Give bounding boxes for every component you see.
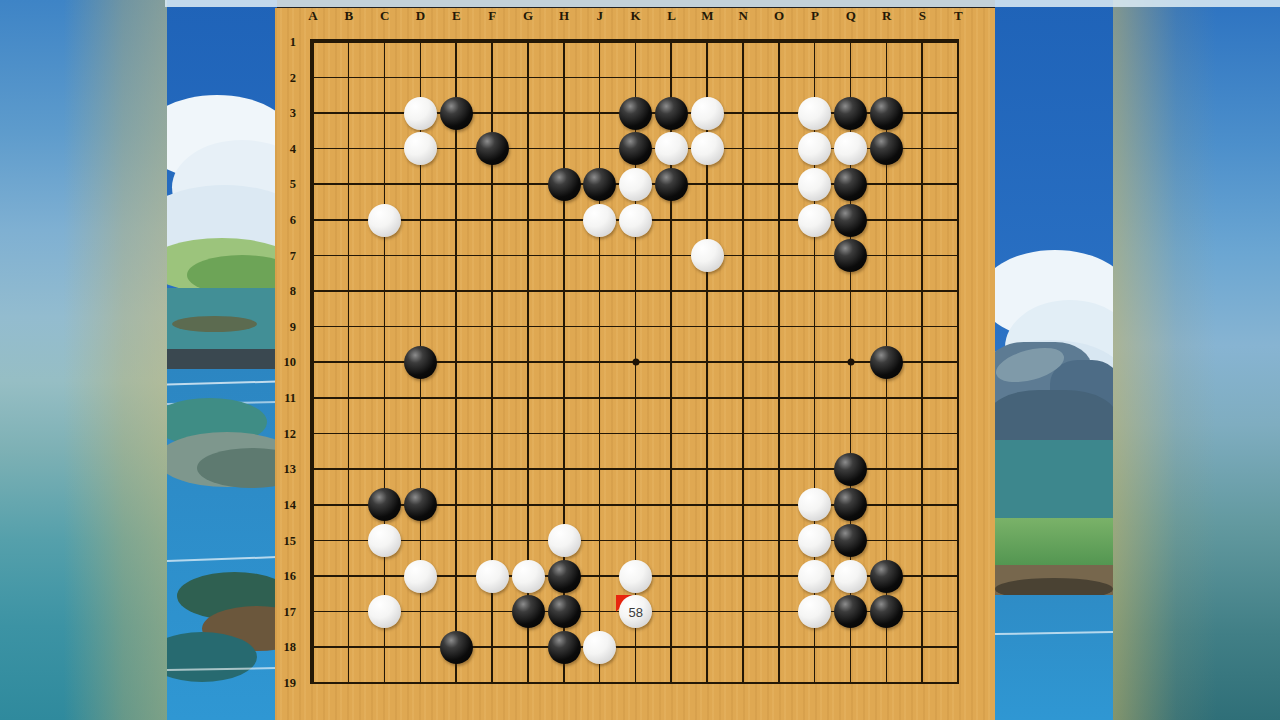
intersection[interactable] [474, 24, 510, 60]
intersection[interactable] [474, 60, 510, 96]
intersection[interactable] [654, 309, 690, 345]
intersection[interactable] [295, 60, 331, 96]
intersection[interactable] [474, 487, 510, 523]
intersection[interactable] [474, 202, 510, 238]
intersection[interactable] [940, 24, 976, 60]
intersection[interactable] [833, 523, 869, 559]
intersection[interactable] [295, 95, 331, 131]
intersection[interactable] [582, 665, 618, 701]
intersection[interactable] [761, 273, 797, 309]
intersection[interactable] [295, 665, 331, 701]
intersection[interactable] [869, 309, 905, 345]
intersection[interactable] [474, 452, 510, 488]
intersection[interactable] [869, 487, 905, 523]
intersection[interactable] [331, 452, 367, 488]
intersection[interactable] [582, 452, 618, 488]
intersection[interactable] [439, 238, 475, 274]
intersection[interactable] [618, 95, 654, 131]
intersection[interactable] [689, 131, 725, 167]
intersection[interactable] [331, 380, 367, 416]
intersection[interactable] [510, 416, 546, 452]
intersection[interactable] [439, 416, 475, 452]
intersection[interactable] [761, 131, 797, 167]
intersection[interactable] [331, 309, 367, 345]
intersection[interactable] [689, 665, 725, 701]
intersection[interactable] [940, 630, 976, 666]
intersection[interactable] [510, 345, 546, 381]
intersection[interactable] [833, 416, 869, 452]
intersection[interactable] [618, 630, 654, 666]
intersection[interactable] [761, 167, 797, 203]
intersection[interactable] [546, 630, 582, 666]
intersection[interactable] [833, 630, 869, 666]
intersection[interactable] [510, 167, 546, 203]
intersection[interactable] [761, 416, 797, 452]
intersection[interactable] [367, 558, 403, 594]
intersection[interactable] [618, 273, 654, 309]
intersection[interactable] [869, 238, 905, 274]
intersection[interactable] [689, 309, 725, 345]
intersection[interactable] [582, 273, 618, 309]
intersection[interactable] [797, 665, 833, 701]
intersection[interactable] [439, 380, 475, 416]
intersection[interactable] [367, 24, 403, 60]
intersection[interactable] [940, 523, 976, 559]
intersection[interactable] [797, 487, 833, 523]
intersection[interactable] [331, 95, 367, 131]
intersection[interactable] [331, 523, 367, 559]
intersection[interactable] [797, 167, 833, 203]
intersection[interactable] [618, 238, 654, 274]
intersection[interactable] [582, 487, 618, 523]
intersection[interactable] [439, 594, 475, 630]
intersection[interactable] [940, 95, 976, 131]
intersection[interactable] [403, 380, 439, 416]
intersection[interactable] [905, 594, 941, 630]
intersection[interactable] [654, 238, 690, 274]
intersection[interactable] [439, 167, 475, 203]
intersection[interactable] [654, 273, 690, 309]
intersection[interactable] [725, 630, 761, 666]
intersection[interactable] [689, 416, 725, 452]
intersection[interactable] [725, 594, 761, 630]
intersection[interactable] [905, 202, 941, 238]
intersection[interactable] [905, 345, 941, 381]
intersection[interactable] [725, 452, 761, 488]
intersection[interactable] [403, 630, 439, 666]
intersection[interactable] [618, 523, 654, 559]
intersection[interactable] [654, 416, 690, 452]
intersection[interactable] [869, 452, 905, 488]
intersection[interactable] [869, 60, 905, 96]
intersection[interactable] [654, 452, 690, 488]
intersection[interactable] [439, 558, 475, 594]
intersection[interactable] [403, 345, 439, 381]
intersection[interactable] [689, 238, 725, 274]
intersection[interactable] [546, 202, 582, 238]
intersection[interactable] [940, 487, 976, 523]
intersection[interactable] [689, 380, 725, 416]
intersection[interactable] [654, 95, 690, 131]
intersection[interactable] [295, 594, 331, 630]
intersection[interactable] [905, 95, 941, 131]
intersection[interactable] [689, 202, 725, 238]
intersection[interactable] [367, 131, 403, 167]
intersection[interactable] [367, 95, 403, 131]
intersection[interactable] [725, 24, 761, 60]
intersection[interactable] [725, 665, 761, 701]
intersection[interactable] [654, 345, 690, 381]
intersection[interactable] [725, 380, 761, 416]
intersection[interactable] [403, 523, 439, 559]
intersection[interactable] [295, 238, 331, 274]
intersection[interactable] [654, 594, 690, 630]
intersection[interactable] [367, 487, 403, 523]
intersection[interactable] [833, 558, 869, 594]
intersection[interactable] [654, 60, 690, 96]
intersection[interactable] [905, 131, 941, 167]
intersection[interactable] [582, 238, 618, 274]
intersection[interactable] [331, 416, 367, 452]
intersection[interactable] [761, 202, 797, 238]
intersection[interactable] [725, 416, 761, 452]
intersection[interactable] [546, 24, 582, 60]
intersection[interactable] [618, 309, 654, 345]
intersection[interactable] [474, 309, 510, 345]
intersection[interactable] [403, 487, 439, 523]
intersection[interactable] [940, 273, 976, 309]
intersection[interactable] [510, 630, 546, 666]
intersection[interactable] [654, 202, 690, 238]
intersection[interactable] [689, 558, 725, 594]
intersection[interactable] [510, 309, 546, 345]
intersection[interactable] [582, 345, 618, 381]
intersection[interactable] [439, 487, 475, 523]
intersection[interactable] [546, 60, 582, 96]
intersection[interactable] [761, 452, 797, 488]
intersection[interactable] [510, 131, 546, 167]
intersection[interactable] [869, 558, 905, 594]
intersection[interactable] [761, 558, 797, 594]
intersection[interactable] [295, 380, 331, 416]
intersection[interactable] [618, 131, 654, 167]
intersection[interactable] [331, 238, 367, 274]
intersection[interactable] [905, 630, 941, 666]
intersection[interactable] [905, 273, 941, 309]
intersection[interactable] [510, 665, 546, 701]
intersection[interactable] [618, 60, 654, 96]
intersection[interactable] [618, 558, 654, 594]
intersection[interactable] [833, 238, 869, 274]
intersection[interactable] [940, 345, 976, 381]
intersection[interactable] [367, 630, 403, 666]
intersection[interactable] [940, 558, 976, 594]
intersection[interactable] [295, 167, 331, 203]
intersection[interactable] [367, 452, 403, 488]
intersection[interactable] [940, 202, 976, 238]
intersection[interactable] [403, 24, 439, 60]
intersection[interactable] [474, 238, 510, 274]
intersection[interactable] [582, 416, 618, 452]
intersection[interactable] [725, 345, 761, 381]
intersection[interactable] [833, 202, 869, 238]
intersection[interactable] [689, 594, 725, 630]
intersection[interactable] [474, 594, 510, 630]
intersection[interactable] [869, 131, 905, 167]
intersection[interactable] [295, 131, 331, 167]
intersection[interactable] [403, 416, 439, 452]
intersection[interactable] [833, 452, 869, 488]
intersection[interactable] [546, 345, 582, 381]
intersection[interactable] [403, 452, 439, 488]
intersection[interactable] [761, 594, 797, 630]
intersection[interactable] [797, 380, 833, 416]
intersection[interactable] [725, 131, 761, 167]
intersection[interactable] [869, 380, 905, 416]
intersection[interactable] [725, 309, 761, 345]
intersection[interactable] [905, 167, 941, 203]
intersection[interactable] [403, 558, 439, 594]
intersection[interactable] [474, 380, 510, 416]
intersection[interactable] [367, 60, 403, 96]
intersection[interactable] [546, 558, 582, 594]
intersection[interactable] [797, 345, 833, 381]
intersection[interactable] [689, 24, 725, 60]
intersection[interactable] [761, 238, 797, 274]
intersection[interactable] [797, 273, 833, 309]
intersection[interactable] [367, 380, 403, 416]
intersection[interactable] [869, 665, 905, 701]
intersection[interactable] [439, 345, 475, 381]
intersection[interactable] [761, 665, 797, 701]
intersection[interactable] [618, 380, 654, 416]
intersection[interactable] [761, 60, 797, 96]
intersection[interactable] [510, 238, 546, 274]
intersection[interactable] [869, 24, 905, 60]
intersection[interactable] [510, 523, 546, 559]
intersection[interactable] [905, 558, 941, 594]
intersection[interactable] [905, 452, 941, 488]
intersection[interactable] [725, 202, 761, 238]
intersection[interactable] [797, 60, 833, 96]
intersection[interactable] [582, 95, 618, 131]
intersection[interactable] [869, 630, 905, 666]
intersection[interactable] [940, 167, 976, 203]
intersection[interactable] [618, 24, 654, 60]
intersection[interactable] [474, 345, 510, 381]
intersection[interactable] [295, 558, 331, 594]
intersection[interactable] [367, 594, 403, 630]
intersection[interactable] [618, 167, 654, 203]
intersection[interactable] [367, 523, 403, 559]
intersection[interactable] [761, 487, 797, 523]
intersection[interactable] [725, 273, 761, 309]
intersection[interactable] [582, 594, 618, 630]
intersection[interactable] [905, 523, 941, 559]
intersection[interactable] [940, 452, 976, 488]
intersection[interactable] [833, 95, 869, 131]
intersection[interactable] [869, 345, 905, 381]
intersection[interactable] [833, 131, 869, 167]
intersection[interactable] [654, 665, 690, 701]
intersection[interactable] [367, 273, 403, 309]
intersection[interactable] [582, 60, 618, 96]
intersection[interactable] [439, 24, 475, 60]
intersection[interactable] [510, 95, 546, 131]
intersection[interactable] [654, 24, 690, 60]
intersection[interactable] [295, 309, 331, 345]
intersection[interactable] [546, 487, 582, 523]
intersection[interactable] [905, 309, 941, 345]
intersection[interactable] [833, 167, 869, 203]
intersection[interactable] [689, 523, 725, 559]
intersection[interactable] [940, 309, 976, 345]
intersection[interactable] [474, 523, 510, 559]
intersection[interactable] [403, 665, 439, 701]
intersection[interactable] [797, 309, 833, 345]
intersection[interactable] [905, 665, 941, 701]
intersection[interactable] [439, 523, 475, 559]
intersection[interactable] [582, 131, 618, 167]
intersection[interactable] [905, 487, 941, 523]
intersection[interactable] [869, 523, 905, 559]
intersection[interactable] [367, 416, 403, 452]
intersection[interactable] [331, 665, 367, 701]
intersection[interactable] [510, 487, 546, 523]
intersection[interactable] [869, 416, 905, 452]
intersection[interactable] [725, 487, 761, 523]
intersection[interactable] [546, 665, 582, 701]
intersection[interactable] [474, 630, 510, 666]
intersection[interactable] [367, 238, 403, 274]
intersection[interactable] [833, 309, 869, 345]
intersection[interactable] [725, 558, 761, 594]
intersection[interactable] [761, 345, 797, 381]
intersection[interactable] [439, 202, 475, 238]
intersection[interactable] [439, 273, 475, 309]
intersection[interactable] [403, 60, 439, 96]
intersection[interactable] [331, 273, 367, 309]
intersection[interactable] [797, 95, 833, 131]
intersection[interactable] [582, 24, 618, 60]
intersection[interactable] [618, 416, 654, 452]
intersection[interactable] [689, 95, 725, 131]
intersection[interactable] [331, 487, 367, 523]
intersection[interactable] [295, 273, 331, 309]
intersection[interactable] [439, 60, 475, 96]
intersection[interactable] [689, 630, 725, 666]
intersection[interactable] [474, 131, 510, 167]
intersection[interactable] [474, 273, 510, 309]
intersection[interactable] [940, 238, 976, 274]
intersection[interactable] [797, 202, 833, 238]
intersection[interactable] [654, 487, 690, 523]
intersection[interactable] [331, 630, 367, 666]
intersection[interactable] [403, 309, 439, 345]
intersection[interactable] [295, 487, 331, 523]
intersection[interactable] [940, 60, 976, 96]
intersection[interactable] [439, 630, 475, 666]
intersection[interactable] [582, 558, 618, 594]
intersection[interactable] [546, 452, 582, 488]
intersection[interactable] [797, 523, 833, 559]
intersection[interactable] [439, 665, 475, 701]
intersection[interactable] [510, 24, 546, 60]
intersection[interactable] [654, 523, 690, 559]
intersection[interactable] [689, 60, 725, 96]
intersection[interactable] [833, 665, 869, 701]
intersection[interactable] [618, 452, 654, 488]
intersection[interactable] [582, 630, 618, 666]
intersection[interactable] [797, 416, 833, 452]
intersection[interactable] [905, 238, 941, 274]
intersection[interactable] [546, 416, 582, 452]
intersection[interactable] [582, 380, 618, 416]
intersection[interactable] [331, 60, 367, 96]
intersection[interactable] [510, 202, 546, 238]
intersection[interactable] [618, 487, 654, 523]
intersection[interactable] [403, 95, 439, 131]
intersection[interactable] [367, 665, 403, 701]
intersection[interactable] [582, 167, 618, 203]
intersection[interactable] [797, 630, 833, 666]
intersection[interactable] [797, 238, 833, 274]
intersection[interactable] [582, 523, 618, 559]
intersection[interactable] [403, 273, 439, 309]
intersection[interactable] [797, 131, 833, 167]
intersection[interactable] [761, 380, 797, 416]
intersection[interactable]: 58 [618, 594, 654, 630]
intersection[interactable] [546, 131, 582, 167]
intersection[interactable] [725, 523, 761, 559]
intersection[interactable] [582, 309, 618, 345]
intersection[interactable] [761, 630, 797, 666]
intersection[interactable] [940, 594, 976, 630]
intersection[interactable] [905, 24, 941, 60]
intersection[interactable] [797, 24, 833, 60]
intersection[interactable] [940, 416, 976, 452]
intersection[interactable] [618, 202, 654, 238]
intersection[interactable] [439, 452, 475, 488]
intersection[interactable] [833, 24, 869, 60]
intersection[interactable] [439, 95, 475, 131]
intersection[interactable] [474, 558, 510, 594]
intersection[interactable] [403, 202, 439, 238]
intersection[interactable] [940, 380, 976, 416]
intersection[interactable] [510, 60, 546, 96]
intersection[interactable] [367, 167, 403, 203]
intersection[interactable] [403, 131, 439, 167]
intersection[interactable] [869, 594, 905, 630]
intersection[interactable] [940, 131, 976, 167]
intersection[interactable] [761, 95, 797, 131]
intersection[interactable] [546, 380, 582, 416]
intersection[interactable] [869, 202, 905, 238]
intersection[interactable] [295, 24, 331, 60]
intersection[interactable] [618, 665, 654, 701]
intersection[interactable] [761, 523, 797, 559]
intersection[interactable] [833, 273, 869, 309]
intersection[interactable] [546, 167, 582, 203]
intersection[interactable] [833, 594, 869, 630]
intersection[interactable] [367, 202, 403, 238]
intersection[interactable] [905, 60, 941, 96]
intersection[interactable] [833, 380, 869, 416]
intersection[interactable] [403, 238, 439, 274]
intersection[interactable] [295, 523, 331, 559]
intersection[interactable] [474, 167, 510, 203]
intersection[interactable] [403, 167, 439, 203]
